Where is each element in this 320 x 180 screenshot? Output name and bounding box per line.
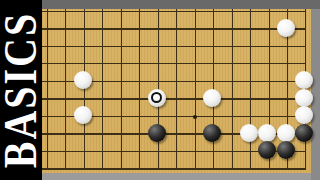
intersection	[111, 72, 129, 90]
intersection	[166, 160, 184, 178]
intersection	[111, 142, 129, 160]
intersection	[259, 2, 277, 20]
black-stone	[203, 124, 221, 142]
intersection	[203, 142, 221, 160]
intersection	[111, 90, 129, 108]
intersection	[56, 107, 74, 125]
intersection	[240, 55, 258, 73]
intersection	[111, 2, 129, 20]
intersection	[148, 2, 166, 20]
intersection	[166, 90, 184, 108]
intersection	[240, 107, 258, 125]
intersection	[148, 20, 166, 38]
intersection	[277, 107, 295, 125]
intersection	[130, 20, 148, 38]
intersection	[277, 142, 295, 160]
intersection	[296, 72, 314, 90]
intersection	[203, 55, 221, 73]
intersection	[185, 2, 203, 20]
intersection	[93, 107, 111, 125]
white-stone	[258, 124, 276, 142]
intersection	[240, 90, 258, 108]
intersection	[259, 107, 277, 125]
intersection	[296, 20, 314, 38]
intersection	[130, 125, 148, 143]
intersection	[130, 142, 148, 160]
intersection	[296, 160, 314, 178]
intersection	[56, 37, 74, 55]
intersection	[185, 107, 203, 125]
intersection	[56, 2, 74, 20]
intersection	[166, 2, 184, 20]
intersection	[240, 2, 258, 20]
intersection	[166, 107, 184, 125]
intersection	[185, 20, 203, 38]
intersection	[222, 142, 240, 160]
white-stone	[240, 124, 258, 142]
intersection	[74, 142, 92, 160]
white-stone	[148, 89, 166, 107]
intersection	[277, 90, 295, 108]
intersection	[296, 55, 314, 73]
intersection	[93, 72, 111, 90]
intersection	[296, 142, 314, 160]
intersection	[148, 90, 166, 108]
intersection	[93, 20, 111, 38]
intersection	[240, 37, 258, 55]
intersection	[185, 72, 203, 90]
intersection	[185, 90, 203, 108]
intersection	[111, 20, 129, 38]
intersection	[111, 37, 129, 55]
white-stone	[277, 19, 295, 37]
intersection	[148, 37, 166, 55]
intersection	[130, 107, 148, 125]
intersection	[93, 55, 111, 73]
white-stone	[277, 124, 295, 142]
intersection	[203, 72, 221, 90]
intersection	[259, 90, 277, 108]
intersection	[296, 107, 314, 125]
intersection	[130, 90, 148, 108]
intersection	[277, 125, 295, 143]
black-stone	[277, 141, 295, 159]
intersection	[222, 107, 240, 125]
intersection	[166, 20, 184, 38]
white-stone	[203, 89, 221, 107]
intersection	[166, 72, 184, 90]
intersection	[185, 55, 203, 73]
intersection	[130, 55, 148, 73]
intersection	[203, 107, 221, 125]
intersection	[74, 90, 92, 108]
intersection	[259, 72, 277, 90]
intersection	[111, 55, 129, 73]
intersection	[240, 125, 258, 143]
intersection	[56, 20, 74, 38]
intersection	[203, 125, 221, 143]
intersection	[222, 90, 240, 108]
intersection	[74, 107, 92, 125]
intersection	[296, 90, 314, 108]
intersection	[148, 107, 166, 125]
intersection	[222, 160, 240, 178]
intersection	[203, 90, 221, 108]
black-stone	[258, 141, 276, 159]
intersection	[203, 160, 221, 178]
white-stone	[74, 71, 92, 89]
intersection	[74, 2, 92, 20]
white-stone	[295, 71, 313, 89]
intersection	[240, 142, 258, 160]
intersection	[259, 125, 277, 143]
intersection	[277, 72, 295, 90]
intersection	[222, 37, 240, 55]
intersection	[166, 142, 184, 160]
intersection	[148, 160, 166, 178]
intersection	[166, 37, 184, 55]
intersection	[203, 37, 221, 55]
intersection	[148, 72, 166, 90]
intersection	[185, 125, 203, 143]
intersection	[148, 55, 166, 73]
intersection	[56, 125, 74, 143]
intersection	[259, 160, 277, 178]
intersection	[111, 125, 129, 143]
intersection	[130, 160, 148, 178]
intersection	[93, 142, 111, 160]
black-stone	[295, 124, 313, 142]
intersection	[56, 160, 74, 178]
intersection	[296, 125, 314, 143]
intersection	[185, 142, 203, 160]
intersection	[277, 160, 295, 178]
intersection	[203, 2, 221, 20]
intersection	[74, 160, 92, 178]
intersection	[148, 142, 166, 160]
intersection	[296, 37, 314, 55]
intersection	[240, 20, 258, 38]
intersection	[74, 125, 92, 143]
intersection	[93, 2, 111, 20]
intersection	[74, 72, 92, 90]
intersection	[74, 55, 92, 73]
intersection	[259, 55, 277, 73]
intersection	[222, 20, 240, 38]
intersection	[56, 55, 74, 73]
intersection	[166, 125, 184, 143]
intersection	[93, 160, 111, 178]
intersection	[148, 125, 166, 143]
white-stone	[74, 106, 92, 124]
intersection	[111, 160, 129, 178]
intersection	[166, 55, 184, 73]
intersection	[93, 37, 111, 55]
intersection	[74, 37, 92, 55]
basics-banner: BASICS	[0, 0, 42, 180]
intersection	[277, 37, 295, 55]
intersection	[259, 37, 277, 55]
white-stone	[295, 106, 313, 124]
intersection	[222, 55, 240, 73]
intersection	[130, 72, 148, 90]
intersection	[277, 55, 295, 73]
intersection	[74, 20, 92, 38]
intersection	[185, 37, 203, 55]
intersection	[93, 90, 111, 108]
intersection	[222, 72, 240, 90]
intersection	[130, 37, 148, 55]
intersection	[240, 72, 258, 90]
intersection	[203, 20, 221, 38]
black-stone	[148, 124, 166, 142]
banner-text: BASICS	[0, 12, 45, 169]
intersection	[259, 142, 277, 160]
intersection	[296, 2, 314, 20]
stone-grid	[37, 2, 314, 177]
intersection	[56, 90, 74, 108]
intersection	[93, 125, 111, 143]
last-move-marker	[151, 92, 162, 103]
intersection	[185, 160, 203, 178]
intersection	[56, 142, 74, 160]
intersection	[130, 2, 148, 20]
white-stone	[295, 89, 313, 107]
intersection	[222, 125, 240, 143]
intersection	[56, 72, 74, 90]
intersection	[259, 20, 277, 38]
intersection	[277, 2, 295, 20]
intersection	[222, 2, 240, 20]
intersection	[240, 160, 258, 178]
intersection	[111, 107, 129, 125]
intersection	[277, 20, 295, 38]
